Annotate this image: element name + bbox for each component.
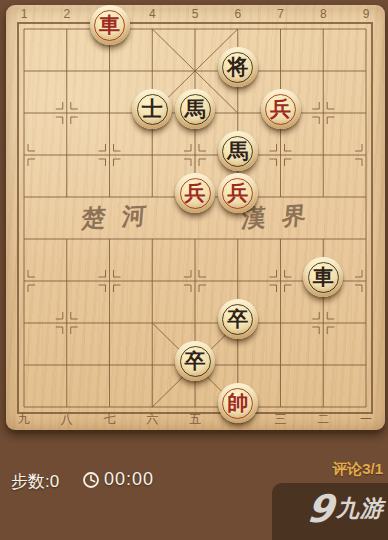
file-label-top: 9: [363, 7, 370, 21]
piece-black-horse[interactable]: 馬: [218, 131, 258, 171]
piece-black-soldier[interactable]: 卒: [175, 341, 215, 381]
file-label-top: 6: [234, 7, 241, 21]
file-label-bottom: 三: [275, 411, 287, 428]
timer: 00:00: [82, 469, 154, 490]
file-label-top: 5: [192, 7, 199, 21]
piece-black-horse[interactable]: 馬: [175, 89, 215, 129]
file-label-bottom: 八: [61, 411, 73, 428]
jiuyou-logo-icon: 9: [305, 490, 335, 528]
xiangqi-board[interactable]: 123456789 九八七六五四三二一 楚河 漢界 車将士馬兵馬兵兵車卒卒帥: [6, 5, 385, 430]
piece-character: 将: [218, 47, 258, 87]
piece-black-chariot[interactable]: 車: [303, 257, 343, 297]
clock-icon: [82, 471, 100, 489]
file-label-top: 4: [149, 7, 156, 21]
piece-red-general[interactable]: 帥: [218, 383, 258, 423]
app-background: 123456789 九八七六五四三二一 楚河 漢界 車将士馬兵馬兵兵車卒卒帥 步…: [0, 0, 388, 540]
file-label-bottom: 五: [189, 411, 201, 428]
timer-value: 00:00: [104, 469, 154, 490]
piece-character: 兵: [261, 89, 301, 129]
piece-red-chariot[interactable]: 車: [90, 5, 130, 45]
file-label-top: 8: [320, 7, 327, 21]
comments-button[interactable]: 评论3/1: [332, 460, 383, 479]
file-label-bottom: 二: [317, 411, 329, 428]
piece-character: 兵: [218, 173, 258, 213]
file-label-bottom: 九: [18, 411, 30, 428]
piece-character: 卒: [218, 299, 258, 339]
move-count-title: 步数:: [11, 472, 50, 491]
piece-red-soldier[interactable]: 兵: [261, 89, 301, 129]
piece-red-soldier[interactable]: 兵: [218, 173, 258, 213]
piece-character: 車: [303, 257, 343, 297]
piece-black-soldier[interactable]: 卒: [218, 299, 258, 339]
river-label-left: 楚河: [72, 199, 163, 236]
file-label-top: 7: [277, 7, 284, 21]
jiuyou-logo-text: 九游: [336, 497, 384, 520]
piece-character: 卒: [175, 341, 215, 381]
piece-black-advisor[interactable]: 士: [132, 89, 172, 129]
file-label-top: 1: [21, 7, 28, 21]
piece-character: 馬: [175, 89, 215, 129]
watermark-overlay: 9 九游: [272, 483, 388, 540]
piece-character: 士: [132, 89, 172, 129]
file-label-bottom: 六: [146, 411, 158, 428]
piece-character: 馬: [218, 131, 258, 171]
file-label-bottom: 一: [360, 411, 372, 428]
piece-character: 帥: [218, 383, 258, 423]
move-count-value: 0: [50, 472, 59, 491]
file-label-top: 2: [63, 7, 70, 21]
move-count-label: 步数:0: [11, 470, 59, 493]
piece-character: 兵: [175, 173, 215, 213]
file-label-bottom: 七: [104, 411, 116, 428]
piece-character: 車: [90, 5, 130, 45]
piece-black-general[interactable]: 将: [218, 47, 258, 87]
piece-red-soldier[interactable]: 兵: [175, 173, 215, 213]
